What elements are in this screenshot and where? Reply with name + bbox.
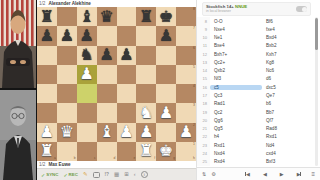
black-pawn: ♟ xyxy=(119,47,133,63)
move-white[interactable]: Qg5 xyxy=(210,126,262,131)
move-list-scrollbar[interactable] xyxy=(315,17,318,166)
square-g2[interactable] xyxy=(156,123,176,142)
top-player-result: 1/2 xyxy=(39,1,45,6)
bottom-player-bar: 1/2 Max Euwe xyxy=(37,161,196,168)
square-a4[interactable] xyxy=(37,84,57,103)
square-c4[interactable] xyxy=(77,84,97,103)
top-player-bar: 1/2 Alexander Alekhine xyxy=(37,0,196,7)
move-white[interactable]: Bxe4 xyxy=(210,43,262,48)
move-black[interactable]: Nd4 xyxy=(264,143,313,148)
square-b2[interactable]: ♛ xyxy=(57,123,77,142)
move-white[interactable]: Qxb2 xyxy=(210,68,262,73)
move-number: 20 xyxy=(197,116,210,124)
board-coordinate: 2 xyxy=(193,124,195,127)
white-king: ♚ xyxy=(159,143,173,159)
square-d3[interactable] xyxy=(97,103,117,122)
move-white[interactable]: Rxd1 xyxy=(210,143,262,148)
flip-board-icon[interactable]: ⇅ xyxy=(202,172,206,177)
bottom-player-result: 1/2 xyxy=(39,162,45,167)
bottom-player-name: Max Euwe xyxy=(48,162,70,167)
square-b5[interactable] xyxy=(57,65,77,84)
black-pawn: ♟ xyxy=(99,47,113,63)
move-number: 12 xyxy=(197,50,210,58)
move-list: 8O-OBf69Nxe4fxe410Ne1Bxd411Bxe4Bxb212Bxh… xyxy=(197,17,313,166)
square-a1[interactable]: ♜a xyxy=(37,142,57,161)
board-coordinate: 4 xyxy=(193,85,195,88)
square-d6[interactable]: ♟ xyxy=(97,46,117,65)
black-knight: ♞ xyxy=(80,47,94,63)
square-d5[interactable] xyxy=(97,65,117,84)
sync-check-icon: ✓ xyxy=(41,172,45,178)
square-a5[interactable] xyxy=(37,65,57,84)
move-white[interactable]: Bxh7+ xyxy=(210,52,262,57)
move-row: 18Rad1b6 xyxy=(197,100,313,108)
move-black[interactable]: Kg8 xyxy=(264,60,313,65)
move-row: 15Nf3d6 xyxy=(197,75,313,83)
square-e8[interactable] xyxy=(117,7,137,26)
square-c6[interactable]: ♞ xyxy=(77,46,97,65)
square-c5[interactable]: ♟ xyxy=(77,65,97,84)
move-white[interactable]: c5 xyxy=(210,85,262,90)
move-white[interactable]: Nxd4 xyxy=(210,151,262,156)
move-white[interactable]: Qc3 xyxy=(210,93,262,98)
square-h8[interactable]: 8 xyxy=(176,7,196,26)
square-e7[interactable] xyxy=(117,26,137,45)
board-coordinate: 3 xyxy=(193,104,195,107)
square-f6[interactable] xyxy=(136,46,156,65)
black-pawn: ♟ xyxy=(159,28,173,44)
move-row: 16c5dxc5 xyxy=(197,83,313,91)
square-a7[interactable]: ♟ xyxy=(37,26,57,45)
square-h1[interactable]: 1h xyxy=(176,142,196,161)
move-white[interactable]: O-O xyxy=(210,19,262,24)
white-pawn: ♟ xyxy=(40,124,54,140)
board-coordinate: 8 xyxy=(193,8,195,11)
square-b3[interactable] xyxy=(57,103,77,122)
move-number: 24 xyxy=(197,149,210,157)
move-number: 14 xyxy=(197,67,210,75)
engine-toggle-knob xyxy=(302,7,307,12)
move-row: 8O-OBf6 xyxy=(197,17,313,25)
move-white[interactable]: h4 xyxy=(210,134,262,139)
black-pawn: ♟ xyxy=(60,28,74,44)
move-black[interactable]: dxc5 xyxy=(264,85,313,90)
square-e2[interactable]: ♟ xyxy=(117,123,137,142)
black-pawn: ♟ xyxy=(40,28,54,44)
sync-label: SYNC xyxy=(46,172,58,177)
square-c3[interactable] xyxy=(77,103,97,122)
white-knight: ♞ xyxy=(139,105,153,121)
square-b6[interactable] xyxy=(57,46,77,65)
white-pawn: ♟ xyxy=(159,105,173,121)
move-number: 8 xyxy=(197,17,210,25)
square-f4[interactable] xyxy=(136,84,156,103)
board-coordinate: f xyxy=(154,157,155,160)
square-e1[interactable]: e xyxy=(117,142,137,161)
move-number: 21 xyxy=(197,124,210,132)
annotation-glyph-button[interactable]: !? xyxy=(105,172,110,177)
white-pawn: ♟ xyxy=(119,124,133,140)
square-c2[interactable] xyxy=(77,123,97,142)
move-row: 22h4Rxd1 xyxy=(197,133,313,141)
black-queen: ♛ xyxy=(99,9,113,25)
move-number: 16 xyxy=(197,83,210,91)
white-pawn: ♟ xyxy=(80,66,94,82)
square-h3[interactable]: 3 xyxy=(176,103,196,122)
board-coordinate: h xyxy=(193,157,195,160)
board-coordinate: 5 xyxy=(193,66,195,69)
square-e5[interactable] xyxy=(117,65,137,84)
engine-text: Stockfish 14+ NNUE in local browser xyxy=(206,4,247,13)
move-row: 17Qc3Qe7 xyxy=(197,91,313,99)
player-photos-column xyxy=(0,0,37,180)
black-pawn: ♟ xyxy=(80,28,94,44)
move-black[interactable]: fxe4 xyxy=(264,27,313,32)
first-move-icon: ◀ xyxy=(246,172,250,177)
move-white[interactable]: Rad1 xyxy=(210,101,262,106)
chess-board[interactable]: ♜♝♛♜♚8♟♟♟♟7♞♟♟6♟54♞♟3♟♛♝♟♟♟2♜abcde♜f♚g1h xyxy=(37,7,196,161)
square-d1[interactable]: d xyxy=(97,142,117,161)
move-row: 10Ne1Bxd4 xyxy=(197,34,313,42)
board-coordinate: 6 xyxy=(193,47,195,50)
move-black[interactable]: Kxh7 xyxy=(264,52,313,57)
next-move-icon: ▶ xyxy=(280,172,284,177)
analysis-panel: Stockfish 14+ NNUE in local browser 8O-O… xyxy=(196,0,320,180)
square-b7[interactable]: ♟ xyxy=(57,26,77,45)
board-coordinate: e xyxy=(133,157,135,160)
move-black[interactable]: Bf6 xyxy=(264,19,313,24)
move-number: 11 xyxy=(197,42,210,50)
square-a8[interactable]: ♜ xyxy=(37,7,57,26)
white-bishop: ♝ xyxy=(99,124,113,140)
move-white[interactable]: Rxd4 xyxy=(210,159,262,164)
scrollbar-thumb[interactable] xyxy=(315,18,318,50)
square-e6[interactable]: ♟ xyxy=(117,46,137,65)
move-row: 19Qc2Bb7 xyxy=(197,108,313,116)
share-icon[interactable]: ‹ xyxy=(134,172,136,178)
move-white[interactable]: Qc2+ xyxy=(210,60,262,65)
sync-toggle[interactable]: ✓ SYNC xyxy=(41,172,58,178)
move-row: 14Qxb2Nc6 xyxy=(197,67,313,75)
square-e3[interactable] xyxy=(117,103,137,122)
square-a3[interactable] xyxy=(37,103,57,122)
gear-icon[interactable]: ⚙ xyxy=(211,172,215,177)
move-black[interactable]: Qf7 xyxy=(264,118,313,123)
square-c1[interactable]: c xyxy=(77,142,97,161)
square-c7[interactable]: ♟ xyxy=(77,26,97,45)
square-h4[interactable]: 4 xyxy=(176,84,196,103)
photo-alekhine xyxy=(0,0,36,88)
menu-icon[interactable]: ≡ xyxy=(311,171,315,177)
rec-check-icon: ✓ xyxy=(63,172,67,178)
square-f7[interactable] xyxy=(136,26,156,45)
square-h2[interactable]: ♟2 xyxy=(176,123,196,142)
square-b1[interactable]: b xyxy=(57,142,77,161)
move-number: 22 xyxy=(197,133,210,141)
square-d7[interactable] xyxy=(97,26,117,45)
board-coordinate: d xyxy=(114,157,116,160)
white-queen: ♛ xyxy=(60,124,74,140)
square-f5[interactable] xyxy=(136,65,156,84)
board-coordinate: b xyxy=(74,157,76,160)
move-row: 9Nxe4fxe4 xyxy=(197,25,313,33)
move-number: 9 xyxy=(197,25,210,33)
move-row: 12Bxh7+Kxh7 xyxy=(197,50,313,58)
prev-move-button[interactable]: ◀ xyxy=(263,172,267,177)
board-coordinate: 1 xyxy=(193,143,195,146)
square-g1[interactable]: ♚g xyxy=(156,142,176,161)
square-h6[interactable]: 6 xyxy=(176,46,196,65)
black-king: ♚ xyxy=(159,9,173,25)
move-number: 19 xyxy=(197,108,210,116)
square-g3[interactable]: ♟ xyxy=(156,103,176,122)
white-pawn: ♟ xyxy=(179,124,193,140)
prev-move-icon: ◀ xyxy=(263,172,267,177)
move-number: 15 xyxy=(197,75,210,83)
move-white[interactable]: Nf3 xyxy=(210,76,262,81)
board-area: 1/2 Alexander Alekhine ♜♝♛♜♚8♟♟♟♟7♞♟♟6♟5… xyxy=(37,0,196,180)
white-pawn: ♟ xyxy=(139,124,153,140)
top-player-name: Alexander Alekhine xyxy=(48,1,90,6)
move-black[interactable]: b6 xyxy=(264,101,313,106)
square-f2[interactable]: ♟ xyxy=(136,123,156,142)
first-move-button[interactable]: ◀ xyxy=(245,172,250,177)
move-black[interactable]: d6 xyxy=(264,76,313,81)
last-move-button[interactable]: ▶ xyxy=(297,172,302,177)
black-rook: ♜ xyxy=(40,9,54,25)
brush-icon[interactable]: ✎ xyxy=(83,172,88,178)
white-rook: ♜ xyxy=(139,143,153,159)
move-white[interactable]: Qc2 xyxy=(210,110,262,115)
move-black[interactable]: Bxf3 xyxy=(264,159,313,164)
square-b8[interactable] xyxy=(57,7,77,26)
square-d2[interactable]: ♝ xyxy=(97,123,117,142)
black-rook: ♜ xyxy=(139,9,153,25)
square-d8[interactable]: ♛ xyxy=(97,7,117,26)
square-g4[interactable] xyxy=(156,84,176,103)
photo-euwe xyxy=(0,90,36,180)
move-white[interactable]: Nxe4 xyxy=(210,27,262,32)
engine-toggle[interactable] xyxy=(296,6,307,12)
move-row: 20Qg6Qf7 xyxy=(197,116,313,124)
move-black[interactable]: Qe7 xyxy=(264,93,313,98)
chart-icon[interactable]: ▦ xyxy=(114,172,119,178)
square-f3[interactable]: ♞ xyxy=(136,103,156,122)
move-white[interactable]: Qg6 xyxy=(210,118,262,123)
move-black[interactable]: Bxb2 xyxy=(264,43,313,48)
info-icon[interactable]: i xyxy=(141,171,148,178)
square-a2[interactable]: ♟ xyxy=(37,123,57,142)
analysis-controls: ⇅ ⚙ ◀ ◀ ▶ ▶ ≡ xyxy=(197,167,320,180)
move-number: 23 xyxy=(197,141,210,149)
square-g6[interactable] xyxy=(156,46,176,65)
move-row: 25Rxd4Bxf3 xyxy=(197,158,313,166)
move-black[interactable]: Rxd1 xyxy=(264,134,313,139)
move-black[interactable]: Nc6 xyxy=(264,68,313,73)
square-g7[interactable]: ♟ xyxy=(156,26,176,45)
board-coordinate: c xyxy=(94,157,96,160)
engine-subtitle: in local browser xyxy=(206,9,247,13)
white-rook: ♜ xyxy=(40,143,54,159)
move-black[interactable]: Rad8 xyxy=(264,126,313,131)
next-move-button[interactable]: ▶ xyxy=(280,172,284,177)
engine-nnue-badge: NNUE xyxy=(235,4,247,9)
black-bishop: ♝ xyxy=(80,9,94,25)
rec-label: REC xyxy=(69,172,78,177)
move-number: 13 xyxy=(197,58,210,66)
move-number: 25 xyxy=(197,158,210,166)
board-coordinate: 7 xyxy=(193,27,195,30)
board-coordinate: g xyxy=(173,157,175,160)
move-white[interactable]: Ne1 xyxy=(210,35,262,40)
move-row: 23Rxd1Nd4 xyxy=(197,141,313,149)
move-number: 10 xyxy=(197,34,210,42)
rec-toggle[interactable]: ✓ REC xyxy=(63,172,77,178)
square-c8[interactable]: ♝ xyxy=(77,7,97,26)
move-row: 24Nxd4cxd4 xyxy=(197,149,313,157)
square-f8[interactable]: ♜ xyxy=(136,7,156,26)
square-d4[interactable] xyxy=(97,84,117,103)
square-h5[interactable]: 5 xyxy=(176,65,196,84)
move-black[interactable]: cxd4 xyxy=(264,151,313,156)
square-e4[interactable] xyxy=(117,84,137,103)
lichess-study-window: 1/2 Alexander Alekhine ♜♝♛♜♚8♟♟♟♟7♞♟♟6♟5… xyxy=(0,0,320,180)
grid-icon[interactable]: ⊞ xyxy=(124,172,129,178)
study-toolbar: ✓ SYNC ✓ REC ✎ !? ▦ ⊞ ‹ i xyxy=(37,168,196,180)
comment-icon[interactable] xyxy=(93,172,100,178)
board-coordinate: a xyxy=(54,157,56,160)
move-number: 18 xyxy=(197,100,210,108)
square-a6[interactable] xyxy=(37,46,57,65)
move-number: 17 xyxy=(197,91,210,99)
square-h7[interactable]: 7 xyxy=(176,26,196,45)
move-row: 13Qc2+Kg8 xyxy=(197,58,313,66)
square-b4[interactable] xyxy=(57,84,77,103)
engine-header: Stockfish 14+ NNUE in local browser xyxy=(202,2,311,16)
square-f1[interactable]: ♜f xyxy=(136,142,156,161)
move-black[interactable]: Bb7 xyxy=(264,110,313,115)
square-g5[interactable] xyxy=(156,65,176,84)
move-row: 11Bxe4Bxb2 xyxy=(197,42,313,50)
move-black[interactable]: Bxd4 xyxy=(264,35,313,40)
square-g8[interactable]: ♚ xyxy=(156,7,176,26)
move-row: 21Qg5Rad8 xyxy=(197,124,313,132)
